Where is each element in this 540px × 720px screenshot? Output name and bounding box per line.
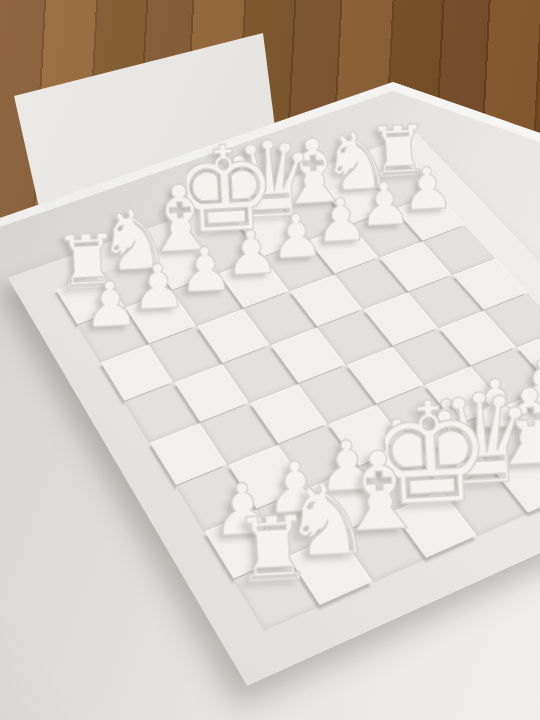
piece-glyph: ♟ [81,272,140,337]
scene: ♜♞♝♛♚♝♞♜♟♟♟♟♟♟♟♟♟♟♟♟♟♟♟♟♜♞♝♛♚♝♞♜ [0,0,540,720]
piece-glyph: ♜ [231,502,315,595]
chess-piece-rook[interactable]: ♜ [221,423,321,596]
chess-piece-pawn[interactable]: ♟ [66,189,152,337]
